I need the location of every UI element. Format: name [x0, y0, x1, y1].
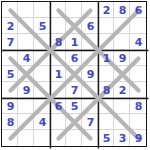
cell-r1c9[interactable]	[130, 2, 146, 18]
cell-r3c8[interactable]	[114, 34, 130, 50]
cell-r2c9[interactable]	[130, 18, 146, 34]
cell-r7c6[interactable]	[82, 98, 98, 114]
cell-r6c4[interactable]	[50, 82, 66, 98]
cell-r3c3[interactable]	[34, 34, 50, 50]
cell-r2c8[interactable]	[114, 18, 130, 34]
cell-r1c1[interactable]	[2, 2, 18, 18]
cell-r8c9[interactable]	[130, 114, 146, 130]
cell-r2c1[interactable]	[2, 18, 18, 34]
cell-r6c1[interactable]	[2, 82, 18, 98]
cell-r8c4[interactable]	[50, 114, 66, 130]
cell-r3c1[interactable]	[2, 34, 18, 50]
cell-r9c2[interactable]	[18, 130, 34, 146]
cell-r1c7[interactable]	[98, 2, 114, 18]
cell-r6c9[interactable]	[130, 82, 146, 98]
cell-r7c1[interactable]	[2, 98, 18, 114]
cell-r2c6[interactable]	[82, 18, 98, 34]
cell-r8c8[interactable]	[114, 114, 130, 130]
cell-r1c3[interactable]	[34, 2, 50, 18]
cell-r2c5[interactable]	[66, 18, 82, 34]
cell-r7c3[interactable]	[34, 98, 50, 114]
cell-r1c5[interactable]	[66, 2, 82, 18]
cell-r8c7[interactable]	[98, 114, 114, 130]
cell-r9c4[interactable]	[50, 130, 66, 146]
cell-r7c8[interactable]	[114, 98, 130, 114]
cell-r9c6[interactable]	[82, 130, 98, 146]
cell-r3c7[interactable]	[98, 34, 114, 50]
cell-r3c2[interactable]	[18, 34, 34, 50]
cell-r1c6[interactable]	[82, 2, 98, 18]
sudoku-cells	[2, 2, 146, 146]
cell-r4c7[interactable]	[98, 50, 114, 66]
cell-r5c9[interactable]	[130, 66, 146, 82]
cell-r2c2[interactable]	[18, 18, 34, 34]
cell-r5c8[interactable]	[114, 66, 130, 82]
cell-r9c9[interactable]	[130, 130, 146, 146]
cell-r7c9[interactable]	[130, 98, 146, 114]
cell-r3c6[interactable]	[82, 34, 98, 50]
cell-r9c7[interactable]	[98, 130, 114, 146]
cell-r4c3[interactable]	[34, 50, 50, 66]
cell-r5c4[interactable]	[50, 66, 66, 82]
cell-r5c2[interactable]	[18, 66, 34, 82]
cell-r9c1[interactable]	[2, 130, 18, 146]
cell-r5c3[interactable]	[34, 66, 50, 82]
cell-r5c5[interactable]	[66, 66, 82, 82]
cell-r3c5[interactable]	[66, 34, 82, 50]
cell-r9c3[interactable]	[34, 130, 50, 146]
cell-r2c7[interactable]	[98, 18, 114, 34]
cell-r3c4[interactable]	[50, 34, 66, 50]
cell-r4c1[interactable]	[2, 50, 18, 66]
cell-r9c8[interactable]	[114, 130, 130, 146]
cell-r5c6[interactable]	[82, 66, 98, 82]
cell-r2c3[interactable]	[34, 18, 50, 34]
cell-r6c2[interactable]	[18, 82, 34, 98]
cell-r6c7[interactable]	[98, 82, 114, 98]
cell-r6c6[interactable]	[82, 82, 98, 98]
cell-r8c1[interactable]	[2, 114, 18, 130]
cell-r1c4[interactable]	[50, 2, 66, 18]
cell-r8c6[interactable]	[82, 114, 98, 130]
argyle-sudoku-app: 2862567814461951997829658847539	[0, 0, 150, 150]
cell-r6c5[interactable]	[66, 82, 82, 98]
cell-r5c1[interactable]	[2, 66, 18, 82]
cell-r3c9[interactable]	[130, 34, 146, 50]
cell-r1c2[interactable]	[18, 2, 34, 18]
cell-r7c4[interactable]	[50, 98, 66, 114]
cell-r4c8[interactable]	[114, 50, 130, 66]
cell-r4c6[interactable]	[82, 50, 98, 66]
cell-r1c8[interactable]	[114, 2, 130, 18]
cell-r4c4[interactable]	[50, 50, 66, 66]
cell-r2c4[interactable]	[50, 18, 66, 34]
cell-r8c5[interactable]	[66, 114, 82, 130]
cell-r8c2[interactable]	[18, 114, 34, 130]
cell-r7c7[interactable]	[98, 98, 114, 114]
cell-r7c5[interactable]	[66, 98, 82, 114]
cell-r7c2[interactable]	[18, 98, 34, 114]
sudoku-board	[1, 1, 147, 147]
cell-r4c2[interactable]	[18, 50, 34, 66]
cell-r8c3[interactable]	[34, 114, 50, 130]
cell-r9c5[interactable]	[66, 130, 82, 146]
cell-r4c9[interactable]	[130, 50, 146, 66]
cell-r4c5[interactable]	[66, 50, 82, 66]
cell-r6c8[interactable]	[114, 82, 130, 98]
cell-r5c7[interactable]	[98, 66, 114, 82]
cell-r6c3[interactable]	[34, 82, 50, 98]
